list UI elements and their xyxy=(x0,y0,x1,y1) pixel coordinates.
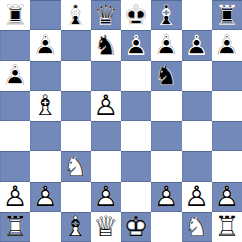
square-h4[interactable] xyxy=(212,121,242,151)
piece-outline-glyph: ♘ xyxy=(151,61,181,91)
black-king-piece: ♚♔ xyxy=(121,0,151,30)
square-b2[interactable]: ♟♙ xyxy=(30,182,60,212)
square-h8[interactable]: ♜♖ xyxy=(212,0,242,30)
square-g8[interactable] xyxy=(182,0,212,30)
piece-outline-glyph: ♕ xyxy=(91,212,121,242)
square-g3[interactable] xyxy=(182,151,212,181)
piece-outline-glyph: ♘ xyxy=(182,212,212,242)
square-d6[interactable] xyxy=(91,61,121,91)
piece-outline-glyph: ♙ xyxy=(30,30,60,60)
white-pawn-piece: ♟♙ xyxy=(91,91,121,121)
square-d1[interactable]: ♛♕ xyxy=(91,212,121,242)
piece-outline-glyph: ♙ xyxy=(151,182,181,212)
square-a6[interactable]: ♟♙ xyxy=(0,61,30,91)
square-h3[interactable] xyxy=(212,151,242,181)
square-a4[interactable] xyxy=(0,121,30,151)
square-a5[interactable] xyxy=(0,91,30,121)
square-g2[interactable]: ♟♙ xyxy=(182,182,212,212)
white-knight-piece: ♞♘ xyxy=(182,212,212,242)
square-d8[interactable]: ♛♕ xyxy=(91,0,121,30)
black-pawn-piece: ♟♙ xyxy=(151,30,181,60)
piece-outline-glyph: ♖ xyxy=(0,212,30,242)
white-pawn-piece: ♟♙ xyxy=(151,182,181,212)
black-knight-piece: ♞♘ xyxy=(151,61,181,91)
square-h7[interactable]: ♟♙ xyxy=(212,30,242,60)
square-f6[interactable]: ♞♘ xyxy=(151,61,181,91)
black-pawn-piece: ♟♙ xyxy=(30,30,60,60)
black-pawn-piece: ♟♙ xyxy=(212,30,242,60)
piece-outline-glyph: ♗ xyxy=(151,0,181,30)
square-a8[interactable]: ♜♖ xyxy=(0,0,30,30)
square-d5[interactable]: ♟♙ xyxy=(91,91,121,121)
black-queen-piece: ♛♕ xyxy=(91,0,121,30)
black-pawn-piece: ♟♙ xyxy=(121,30,151,60)
piece-outline-glyph: ♔ xyxy=(121,0,151,30)
square-g5[interactable] xyxy=(182,91,212,121)
square-c6[interactable] xyxy=(61,61,91,91)
black-pawn-piece: ♟♙ xyxy=(0,61,30,91)
square-h6[interactable] xyxy=(212,61,242,91)
white-pawn-piece: ♟♙ xyxy=(182,182,212,212)
white-rook-piece: ♜♖ xyxy=(0,212,30,242)
piece-outline-glyph: ♘ xyxy=(61,151,91,181)
square-c1[interactable]: ♝♗ xyxy=(61,212,91,242)
square-e3[interactable] xyxy=(121,151,151,181)
piece-outline-glyph: ♙ xyxy=(0,182,30,212)
piece-outline-glyph: ♔ xyxy=(121,212,151,242)
piece-outline-glyph: ♖ xyxy=(0,0,30,30)
square-a2[interactable]: ♟♙ xyxy=(0,182,30,212)
square-e2[interactable] xyxy=(121,182,151,212)
square-c3[interactable]: ♞♘ xyxy=(61,151,91,181)
square-b7[interactable]: ♟♙ xyxy=(30,30,60,60)
square-b5[interactable]: ♝♗ xyxy=(30,91,60,121)
square-a7[interactable] xyxy=(0,30,30,60)
white-pawn-piece: ♟♙ xyxy=(30,182,60,212)
white-bishop-piece: ♝♗ xyxy=(61,212,91,242)
square-h2[interactable]: ♟♙ xyxy=(212,182,242,212)
square-g6[interactable] xyxy=(182,61,212,91)
black-rook-piece: ♜♖ xyxy=(212,0,242,30)
square-b1[interactable] xyxy=(30,212,60,242)
square-d4[interactable] xyxy=(91,121,121,151)
piece-outline-glyph: ♗ xyxy=(30,91,60,121)
piece-outline-glyph: ♕ xyxy=(91,0,121,30)
piece-outline-glyph: ♙ xyxy=(212,182,242,212)
square-g4[interactable] xyxy=(182,121,212,151)
square-c5[interactable] xyxy=(61,91,91,121)
square-g7[interactable]: ♟♙ xyxy=(182,30,212,60)
square-b8[interactable] xyxy=(30,0,60,30)
square-f2[interactable]: ♟♙ xyxy=(151,182,181,212)
square-h1[interactable]: ♜♖ xyxy=(212,212,242,242)
black-bishop-piece: ♝♗ xyxy=(61,0,91,30)
square-f5[interactable] xyxy=(151,91,181,121)
square-a3[interactable] xyxy=(0,151,30,181)
square-b6[interactable] xyxy=(30,61,60,91)
square-f3[interactable] xyxy=(151,151,181,181)
piece-outline-glyph: ♖ xyxy=(212,212,242,242)
square-d7[interactable]: ♞♘ xyxy=(91,30,121,60)
piece-outline-glyph: ♙ xyxy=(212,30,242,60)
piece-outline-glyph: ♙ xyxy=(182,30,212,60)
black-rook-piece: ♜♖ xyxy=(0,0,30,30)
square-c2[interactable] xyxy=(61,182,91,212)
square-c4[interactable] xyxy=(61,121,91,151)
square-e6[interactable] xyxy=(121,61,151,91)
square-b3[interactable] xyxy=(30,151,60,181)
square-d3[interactable] xyxy=(91,151,121,181)
black-bishop-piece: ♝♗ xyxy=(151,0,181,30)
piece-outline-glyph: ♗ xyxy=(61,212,91,242)
piece-outline-glyph: ♙ xyxy=(30,182,60,212)
square-f7[interactable]: ♟♙ xyxy=(151,30,181,60)
white-knight-piece: ♞♘ xyxy=(61,151,91,181)
piece-outline-glyph: ♙ xyxy=(182,182,212,212)
square-f8[interactable]: ♝♗ xyxy=(151,0,181,30)
square-h5[interactable] xyxy=(212,91,242,121)
square-a1[interactable]: ♜♖ xyxy=(0,212,30,242)
piece-outline-glyph: ♙ xyxy=(91,91,121,121)
square-e5[interactable] xyxy=(121,91,151,121)
white-pawn-piece: ♟♙ xyxy=(212,182,242,212)
square-e4[interactable] xyxy=(121,121,151,151)
square-g1[interactable]: ♞♘ xyxy=(182,212,212,242)
piece-outline-glyph: ♘ xyxy=(91,30,121,60)
square-c8[interactable]: ♝♗ xyxy=(61,0,91,30)
chess-board: ♜♖♝♗♛♕♚♔♝♗♜♖♟♙♞♘♟♙♟♙♟♙♟♙♟♙♞♘♝♗♟♙♞♘♟♙♟♙♟♙… xyxy=(0,0,242,242)
white-pawn-piece: ♟♙ xyxy=(91,182,121,212)
piece-outline-glyph: ♙ xyxy=(0,61,30,91)
square-b4[interactable] xyxy=(30,121,60,151)
black-knight-piece: ♞♘ xyxy=(91,30,121,60)
piece-outline-glyph: ♙ xyxy=(121,30,151,60)
white-queen-piece: ♛♕ xyxy=(91,212,121,242)
white-pawn-piece: ♟♙ xyxy=(0,182,30,212)
square-c7[interactable] xyxy=(61,30,91,60)
square-e1[interactable]: ♚♔ xyxy=(121,212,151,242)
square-e8[interactable]: ♚♔ xyxy=(121,0,151,30)
piece-outline-glyph: ♗ xyxy=(61,0,91,30)
square-f1[interactable] xyxy=(151,212,181,242)
white-bishop-piece: ♝♗ xyxy=(30,91,60,121)
piece-outline-glyph: ♙ xyxy=(91,182,121,212)
white-king-piece: ♚♔ xyxy=(121,212,151,242)
square-e7[interactable]: ♟♙ xyxy=(121,30,151,60)
square-f4[interactable] xyxy=(151,121,181,151)
white-rook-piece: ♜♖ xyxy=(212,212,242,242)
piece-outline-glyph: ♙ xyxy=(151,30,181,60)
square-d2[interactable]: ♟♙ xyxy=(91,182,121,212)
piece-outline-glyph: ♖ xyxy=(212,0,242,30)
black-pawn-piece: ♟♙ xyxy=(182,30,212,60)
